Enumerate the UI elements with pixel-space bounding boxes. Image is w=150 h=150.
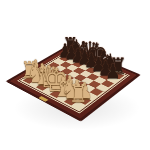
product-photo: ♜♞♝♛♚♝♞♜♟♟♟♟♟♟♟♟♟♟♟♟♟♟♟♟♜♞♝♛♚♝♞♜ bbox=[0, 0, 150, 150]
